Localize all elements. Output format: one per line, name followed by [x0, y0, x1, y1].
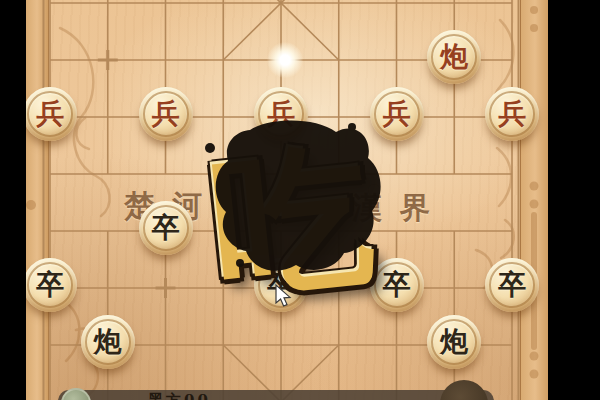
piece-black-cannon[interactable]: 炮: [427, 315, 481, 369]
piece-red-soldier[interactable]: 兵: [485, 87, 539, 141]
piece-glyph: 兵: [254, 87, 308, 141]
board-frame-right: [520, 0, 549, 400]
piece-glyph: 卒: [370, 258, 424, 312]
board-frame-left: [26, 0, 49, 400]
left-letterbox: [0, 0, 26, 400]
piece-glyph: 卒: [23, 258, 77, 312]
river-label-han: 漢: [352, 188, 382, 229]
piece-black-soldier[interactable]: 卒: [23, 258, 77, 312]
piece-red-soldier[interactable]: 兵: [23, 87, 77, 141]
right-letterbox: [548, 0, 600, 400]
piece-red-cannon[interactable]: 炮: [427, 30, 481, 84]
piece-red-soldier[interactable]: 兵: [139, 87, 193, 141]
piece-glyph: 炮: [427, 315, 481, 369]
piece-glyph: 炮: [427, 30, 481, 84]
arrow-cursor-icon: [272, 283, 296, 309]
piece-glyph: 兵: [485, 87, 539, 141]
piece-glyph: 炮: [81, 315, 135, 369]
game-stage: 楚 河 漢 界 炮兵兵兵兵兵卒卒卒卒卒炮炮 吃 黑方00: [0, 0, 600, 400]
piece-glyph: 兵: [370, 87, 424, 141]
river-label-jie: 界: [400, 188, 430, 229]
player-info-bar: [58, 390, 494, 400]
piece-black-soldier[interactable]: 卒: [485, 258, 539, 312]
piece-red-soldier[interactable]: 兵: [254, 87, 308, 141]
player-label: 黑方00: [148, 391, 211, 400]
piece-black-soldier[interactable]: 卒: [370, 258, 424, 312]
piece-red-soldier[interactable]: 兵: [370, 87, 424, 141]
piece-glyph: 卒: [485, 258, 539, 312]
move-highlight-glow-icon: [267, 42, 303, 78]
piece-black-cannon[interactable]: 炮: [81, 315, 135, 369]
piece-glyph: 兵: [139, 87, 193, 141]
piece-glyph: 卒: [139, 201, 193, 255]
piece-glyph: 兵: [23, 87, 77, 141]
piece-black-soldier[interactable]: 卒: [139, 201, 193, 255]
